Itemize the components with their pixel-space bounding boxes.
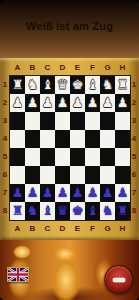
chess-piece-black-king: ♚: [70, 202, 85, 220]
coordinate-label: 7: [0, 184, 10, 202]
board-square-g6[interactable]: [100, 166, 115, 184]
board-square-f6[interactable]: [85, 166, 100, 184]
coordinate-label: G: [100, 62, 115, 74]
board-square-g5[interactable]: [100, 148, 115, 166]
coordinate-label: F: [85, 223, 100, 235]
board-square-g1[interactable]: ♞: [100, 76, 115, 94]
coordinate-label: E: [70, 62, 85, 74]
chess-piece-black-knight: ♞: [100, 202, 115, 220]
board-square-e7[interactable]: ♟: [70, 184, 85, 202]
language-flag-button[interactable]: [7, 267, 29, 282]
board-square-g3[interactable]: [100, 112, 115, 130]
board-square-a5[interactable]: [10, 148, 25, 166]
board-square-g4[interactable]: [100, 130, 115, 148]
chess-piece-white-rook: ♜: [115, 76, 130, 94]
board-square-b4[interactable]: [25, 130, 40, 148]
chess-board: ♜♞♝♛♚♝♞♜♟♟♟♟♟♟♟♟♟♟♟♟♟♟♟♟♜♞♝♛♚♝♞♜: [10, 76, 130, 220]
coordinate-label: B: [25, 62, 40, 74]
coordinate-label: C: [40, 62, 55, 74]
board-square-d4[interactable]: [55, 130, 70, 148]
file-labels-top: ABCDEFGH: [10, 62, 130, 74]
board-square-g8[interactable]: ♞: [100, 202, 115, 220]
coordinate-label: D: [55, 62, 70, 74]
coordinate-label: 2: [129, 94, 139, 112]
board-square-b8[interactable]: ♞: [25, 202, 40, 220]
chess-piece-black-pawn: ♟: [25, 184, 40, 202]
board-square-b2[interactable]: ♟: [25, 94, 40, 112]
board-square-b5[interactable]: [25, 148, 40, 166]
chess-piece-white-pawn: ♟: [100, 94, 115, 112]
board-square-h3[interactable]: [115, 112, 130, 130]
turn-status-text: Weiß ist am Zug: [0, 20, 139, 32]
chess-piece-black-pawn: ♟: [70, 184, 85, 202]
board-square-a4[interactable]: [10, 130, 25, 148]
status-bar: Weiß ist am Zug: [0, 0, 139, 58]
coordinate-label: 2: [0, 94, 10, 112]
board-square-h5[interactable]: [115, 148, 130, 166]
board-square-h6[interactable]: [115, 166, 130, 184]
chess-piece-white-pawn: ♟: [55, 94, 70, 112]
chess-piece-white-pawn: ♟: [85, 94, 100, 112]
coordinate-label: 1: [0, 76, 10, 94]
board-square-c6[interactable]: [40, 166, 55, 184]
board-square-e5[interactable]: [70, 148, 85, 166]
coordinate-label: H: [115, 62, 130, 74]
chess-piece-black-pawn: ♟: [100, 184, 115, 202]
coordinate-label: 8: [129, 202, 139, 220]
chess-piece-black-rook: ♜: [115, 202, 130, 220]
board-square-h8[interactable]: ♜: [115, 202, 130, 220]
board-square-a1[interactable]: ♜: [10, 76, 25, 94]
coordinate-label: 1: [129, 76, 139, 94]
chess-piece-white-queen: ♛: [55, 76, 70, 94]
chess-piece-black-knight: ♞: [25, 202, 40, 220]
coordinate-label: 3: [129, 112, 139, 130]
chess-piece-black-pawn: ♟: [10, 184, 25, 202]
board-square-c5[interactable]: [40, 148, 55, 166]
chess-piece-black-pawn: ♟: [40, 184, 55, 202]
chess-piece-black-queen: ♛: [55, 202, 70, 220]
board-square-c1[interactable]: ♝: [40, 76, 55, 94]
coordinate-label: C: [40, 223, 55, 235]
rank-labels-right: 12345678: [129, 76, 139, 220]
union-jack-flag-icon: [8, 268, 28, 281]
coordinate-label: 5: [0, 148, 10, 166]
coordinate-label: B: [25, 223, 40, 235]
board-square-f7[interactable]: ♟: [85, 184, 100, 202]
board-square-d2[interactable]: ♟: [55, 94, 70, 112]
file-labels-bottom: ABCDEFGH: [10, 223, 130, 235]
chess-piece-white-pawn: ♟: [25, 94, 40, 112]
board-square-d5[interactable]: [55, 148, 70, 166]
board-square-d3[interactable]: [55, 112, 70, 130]
chess-piece-white-bishop: ♝: [40, 76, 55, 94]
footer-photo: [0, 240, 139, 300]
chess-piece-white-bishop: ♝: [85, 76, 100, 94]
board-square-e4[interactable]: [70, 130, 85, 148]
board-square-f2[interactable]: ♟: [85, 94, 100, 112]
chess-piece-black-rook: ♜: [10, 202, 25, 220]
chess-piece-white-knight: ♞: [25, 76, 40, 94]
board-square-g2[interactable]: ♟: [100, 94, 115, 112]
chess-piece-black-bishop: ♝: [40, 202, 55, 220]
board-square-b1[interactable]: ♞: [25, 76, 40, 94]
chess-piece-white-rook: ♜: [10, 76, 25, 94]
board-square-e8[interactable]: ♚: [70, 202, 85, 220]
board-square-d7[interactable]: ♟: [55, 184, 70, 202]
coordinate-label: D: [55, 223, 70, 235]
coordinate-label: H: [115, 223, 130, 235]
board-square-a6[interactable]: [10, 166, 25, 184]
board-square-a3[interactable]: [10, 112, 25, 130]
coordinate-label: A: [10, 223, 25, 235]
coordinate-label: 5: [129, 148, 139, 166]
coordinate-label: 6: [129, 166, 139, 184]
chess-piece-white-pawn: ♟: [10, 94, 25, 112]
board-square-d1[interactable]: ♛: [55, 76, 70, 94]
board-square-e6[interactable]: [70, 166, 85, 184]
chess-piece-black-bishop: ♝: [85, 202, 100, 220]
board-square-c7[interactable]: ♟: [40, 184, 55, 202]
board-square-f4[interactable]: [85, 130, 100, 148]
board-square-c2[interactable]: ♟: [40, 94, 55, 112]
board-square-b3[interactable]: [25, 112, 40, 130]
board-square-b6[interactable]: [25, 166, 40, 184]
board-square-d8[interactable]: ♛: [55, 202, 70, 220]
red-seal-button[interactable]: [104, 265, 133, 294]
board-square-f3[interactable]: [85, 112, 100, 130]
chess-piece-white-pawn: ♟: [70, 94, 85, 112]
board-square-h1[interactable]: ♜: [115, 76, 130, 94]
board-square-e3[interactable]: [70, 112, 85, 130]
board-square-h7[interactable]: ♟: [115, 184, 130, 202]
board-frame: ABCDEFGH 12345678 ♜♞♝♛♚♝♞♜♟♟♟♟♟♟♟♟♟♟♟♟♟♟…: [0, 58, 139, 240]
app-screen: Weiß ist am Zug ABCDEFGH 12345678 ♜♞♝♛♚♝…: [0, 0, 139, 300]
board-square-a2[interactable]: ♟: [10, 94, 25, 112]
board-square-f5[interactable]: [85, 148, 100, 166]
board-square-a7[interactable]: ♟: [10, 184, 25, 202]
coordinate-label: 6: [0, 166, 10, 184]
coordinate-label: 4: [129, 130, 139, 148]
board-square-f1[interactable]: ♝: [85, 76, 100, 94]
board-square-d6[interactable]: [55, 166, 70, 184]
chess-piece-black-pawn: ♟: [55, 184, 70, 202]
chess-piece-white-king: ♚: [70, 76, 85, 94]
board-square-a8[interactable]: ♜: [10, 202, 25, 220]
board-square-g7[interactable]: ♟: [100, 184, 115, 202]
coordinate-label: 8: [0, 202, 10, 220]
board-square-c3[interactable]: [40, 112, 55, 130]
board-square-h4[interactable]: [115, 130, 130, 148]
board-square-h2[interactable]: ♟: [115, 94, 130, 112]
chess-piece-white-pawn: ♟: [115, 94, 130, 112]
board-square-c4[interactable]: [40, 130, 55, 148]
chess-piece-white-knight: ♞: [100, 76, 115, 94]
coordinate-label: 3: [0, 112, 10, 130]
chess-piece-black-pawn: ♟: [115, 184, 130, 202]
board-square-e1[interactable]: ♚: [70, 76, 85, 94]
board-square-b7[interactable]: ♟: [25, 184, 40, 202]
board-square-c8[interactable]: ♝: [40, 202, 55, 220]
board-square-f8[interactable]: ♝: [85, 202, 100, 220]
coordinate-label: 4: [0, 130, 10, 148]
coordinate-label: A: [10, 62, 25, 74]
rank-labels-left: 12345678: [0, 76, 10, 220]
coordinate-label: G: [100, 223, 115, 235]
coordinate-label: E: [70, 223, 85, 235]
chess-piece-black-pawn: ♟: [85, 184, 100, 202]
red-seal-button-label: [112, 277, 125, 282]
coordinate-label: F: [85, 62, 100, 74]
chess-piece-white-pawn: ♟: [40, 94, 55, 112]
coordinate-label: 7: [129, 184, 139, 202]
board-square-e2[interactable]: ♟: [70, 94, 85, 112]
